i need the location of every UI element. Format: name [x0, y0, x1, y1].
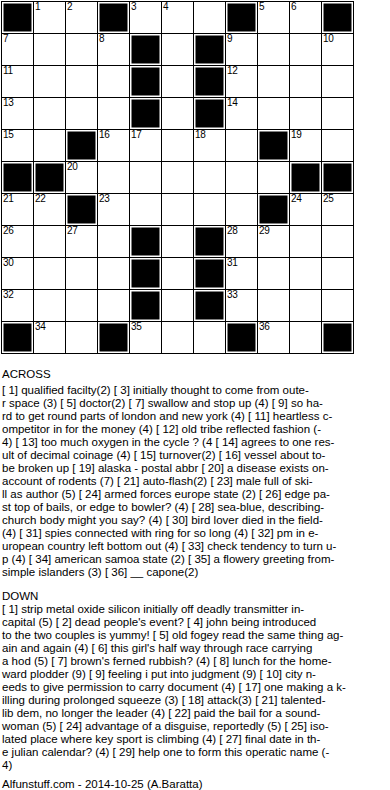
grid-cell[interactable] — [290, 98, 321, 129]
clue-line: ult of decimal coinage (4) [ 15] turnove… — [2, 449, 390, 462]
grid-cell[interactable] — [66, 290, 97, 321]
grid-cell[interactable]: 27 — [66, 226, 97, 257]
clue-number: 6 — [291, 1, 296, 12]
clue-line: e julian calendar? (4) [ 29] help one to… — [2, 746, 390, 759]
clue-line: woman (5) [ 24] advantage of a disguise,… — [2, 720, 390, 733]
clue-number: 22 — [35, 193, 46, 204]
grid-cell[interactable] — [162, 98, 193, 129]
grid-cell[interactable] — [194, 162, 225, 193]
grid-cell[interactable]: 6 — [290, 2, 321, 33]
grid-cell[interactable]: 29 — [258, 226, 289, 257]
black-cell — [258, 130, 289, 161]
clue-number: 24 — [291, 193, 302, 204]
grid-cell[interactable] — [226, 194, 257, 225]
grid-cell[interactable]: 8 — [98, 34, 129, 65]
clue-number: 32 — [3, 289, 14, 300]
grid-cell[interactable] — [322, 66, 353, 97]
clue-number: 23 — [99, 193, 110, 204]
clue-number: 4 — [163, 1, 168, 12]
black-cell — [194, 34, 225, 65]
crossword-grid: 1234567891011121314151617181920212223242… — [1, 1, 354, 354]
grid-cell[interactable] — [162, 162, 193, 193]
clue-number: 35 — [131, 321, 142, 332]
footer-credit: Alfunstuff.com - 2014-10-25 (A.Baratta) — [2, 778, 390, 790]
black-cell — [322, 322, 353, 353]
grid-cell[interactable] — [194, 322, 225, 353]
grid-cell[interactable] — [290, 66, 321, 97]
across-heading: ACROSS — [2, 368, 390, 381]
grid-cell[interactable]: 2 — [66, 2, 97, 33]
grid-cell[interactable] — [98, 98, 129, 129]
black-cell — [194, 66, 225, 97]
grid-cell[interactable]: 14 — [226, 98, 257, 129]
grid-cell[interactable] — [322, 130, 353, 161]
clue-number: 28 — [227, 225, 238, 236]
grid-cell[interactable] — [322, 290, 353, 321]
grid-cell[interactable]: 13 — [2, 98, 33, 129]
grid-cell[interactable]: 3 — [130, 2, 161, 33]
grid-cell[interactable] — [130, 194, 161, 225]
grid-cell[interactable] — [130, 162, 161, 193]
grid-cell[interactable] — [290, 322, 321, 353]
clues-section: ACROSS [ 1] qualified facilty(2) [ 3] in… — [2, 368, 390, 790]
clue-number: 30 — [3, 257, 14, 268]
clue-line: p (4) [ 34] american samoa state (2) [ 3… — [2, 553, 390, 566]
clue-number: 26 — [3, 225, 14, 236]
grid-cell[interactable] — [162, 194, 193, 225]
grid-cell[interactable] — [258, 98, 289, 129]
grid-cell[interactable]: 36 — [258, 322, 289, 353]
clue-number: 34 — [35, 321, 46, 332]
grid-cell[interactable]: 19 — [290, 130, 321, 161]
across-clues: [ 1] qualified facilty(2) [ 3] initially… — [2, 384, 390, 579]
grid-cell[interactable] — [162, 290, 193, 321]
black-cell — [130, 34, 161, 65]
clue-number: 18 — [195, 129, 206, 140]
clue-line: st top of bails, or edge to bowler? (4) … — [2, 501, 390, 514]
grid-cell[interactable] — [34, 258, 65, 289]
clue-line: (4) [ 31] spies connected with ring for … — [2, 527, 390, 540]
black-cell — [322, 2, 353, 33]
grid-cell[interactable] — [258, 34, 289, 65]
clue-number: 1 — [35, 1, 40, 12]
black-cell — [34, 162, 65, 193]
grid-cell[interactable]: 10 — [322, 34, 353, 65]
clue-number: 8 — [99, 33, 104, 44]
black-cell — [226, 2, 257, 33]
grid-cell[interactable]: 16 — [98, 130, 129, 161]
grid-cell[interactable] — [66, 66, 97, 97]
grid-cell[interactable] — [66, 322, 97, 353]
grid-cell[interactable]: 30 — [2, 258, 33, 289]
black-cell — [66, 194, 97, 225]
black-cell — [194, 98, 225, 129]
grid-cell[interactable]: 32 — [2, 290, 33, 321]
clue-line: lib dem, no longer the leader (4) [ 22] … — [2, 707, 390, 720]
clue-number: 14 — [227, 97, 238, 108]
clue-number: 16 — [99, 129, 110, 140]
black-cell — [2, 2, 33, 33]
black-cell — [66, 130, 97, 161]
grid-cell[interactable] — [290, 258, 321, 289]
clue-number: 20 — [67, 161, 78, 172]
black-cell — [194, 226, 225, 257]
grid-cell[interactable] — [34, 98, 65, 129]
grid-cell[interactable] — [98, 66, 129, 97]
black-cell — [130, 66, 161, 97]
clue-line: a hod (5) [ 7] brown's ferned rubbish? (… — [2, 655, 390, 668]
grid-cell[interactable] — [162, 226, 193, 257]
grid-cell[interactable] — [258, 66, 289, 97]
grid-cell[interactable] — [258, 290, 289, 321]
black-cell — [2, 322, 33, 353]
clue-line: ompetitor in for the money (4) [ 12] old… — [2, 423, 390, 436]
grid-cell[interactable] — [162, 322, 193, 353]
grid-cell[interactable]: 23 — [98, 194, 129, 225]
black-cell — [194, 258, 225, 289]
black-cell — [226, 322, 257, 353]
clue-line: [ 1] strip metal oxide silicon initially… — [2, 603, 390, 616]
clue-number: 15 — [3, 129, 14, 140]
black-cell — [194, 290, 225, 321]
grid-cell[interactable]: 35 — [130, 322, 161, 353]
grid-cell[interactable] — [34, 66, 65, 97]
crossword-page: 1234567891011121314151617181920212223242… — [0, 1, 390, 790]
grid-cell[interactable]: 28 — [226, 226, 257, 257]
grid-cell[interactable] — [162, 130, 193, 161]
clue-line: simple islanders (3) [ 36] __ capone(2) — [2, 566, 390, 579]
grid-cell[interactable]: 24 — [290, 194, 321, 225]
grid-cell[interactable]: 7 — [2, 34, 33, 65]
clue-line: church body might you say? (4) [ 30] bir… — [2, 514, 390, 527]
clue-number: 36 — [259, 321, 270, 332]
grid-cell[interactable]: 34 — [34, 322, 65, 353]
clue-number: 5 — [259, 1, 264, 12]
clue-line: illing during prolonged squeeze (3) [ 18… — [2, 694, 390, 707]
clue-line: uropean country left bottom out (4) [ 33… — [2, 540, 390, 553]
grid-cell[interactable] — [98, 290, 129, 321]
grid-cell[interactable]: 25 — [322, 194, 353, 225]
down-clues: [ 1] strip metal oxide silicon initially… — [2, 603, 390, 772]
black-cell — [258, 194, 289, 225]
clue-line: 4) [ 13] too much oxygen in the cycle ? … — [2, 436, 390, 449]
grid-cell[interactable] — [66, 98, 97, 129]
clue-line: ward plodder (9) [ 9] feeling i put into… — [2, 668, 390, 681]
grid-cell[interactable] — [66, 258, 97, 289]
clue-line: r space (3) [ 5] doctor(2) [ 7] swallow … — [2, 397, 390, 410]
clue-number: 21 — [3, 193, 14, 204]
grid-cell[interactable] — [66, 34, 97, 65]
clue-number: 2 — [67, 1, 72, 12]
down-heading: DOWN — [2, 590, 390, 603]
clue-line: capital (5) [ 2] dead people's event? [ … — [2, 616, 390, 629]
clue-line: ll as author (5) [ 24] armed forces euro… — [2, 488, 390, 501]
clue-line: eeds to give permission to carry documen… — [2, 681, 390, 694]
grid-cell[interactable] — [290, 34, 321, 65]
clue-line: [ 1] qualified facilty(2) [ 3] initially… — [2, 384, 390, 397]
grid-cell[interactable] — [226, 130, 257, 161]
clue-line: 4) — [2, 759, 390, 772]
grid-cell[interactable]: 31 — [226, 258, 257, 289]
clue-number: 10 — [323, 33, 334, 44]
grid-cell[interactable] — [98, 162, 129, 193]
clue-line: account of rodents (7) [ 21] auto-flash(… — [2, 475, 390, 488]
grid-cell[interactable] — [98, 258, 129, 289]
grid-cell[interactable] — [194, 194, 225, 225]
grid-cell[interactable] — [322, 98, 353, 129]
grid-cell[interactable]: 9 — [226, 34, 257, 65]
clue-number: 25 — [323, 193, 334, 204]
grid-cell[interactable]: 26 — [2, 226, 33, 257]
clue-number: 12 — [227, 65, 238, 76]
grid-cell[interactable] — [162, 66, 193, 97]
grid-cell[interactable] — [226, 162, 257, 193]
grid-cell[interactable]: 33 — [226, 290, 257, 321]
grid-cell[interactable] — [34, 34, 65, 65]
grid-cell[interactable] — [322, 258, 353, 289]
clue-number: 33 — [227, 289, 238, 300]
clue-number: 27 — [67, 225, 78, 236]
grid-cell[interactable]: 4 — [162, 2, 193, 33]
grid-cell[interactable] — [162, 258, 193, 289]
black-cell — [98, 322, 129, 353]
grid-cell[interactable] — [34, 130, 65, 161]
clue-number: 17 — [131, 129, 142, 140]
grid-cell[interactable]: 22 — [34, 194, 65, 225]
grid-cell[interactable]: 18 — [194, 130, 225, 161]
clue-line: lated place where key sport is climbing … — [2, 733, 390, 746]
clue-number: 19 — [291, 129, 302, 140]
black-cell — [130, 258, 161, 289]
black-cell — [130, 98, 161, 129]
grid-cell[interactable]: 20 — [66, 162, 97, 193]
black-cell — [98, 2, 129, 33]
black-cell — [130, 226, 161, 257]
black-cell — [322, 162, 353, 193]
grid-cell[interactable] — [258, 162, 289, 193]
clue-number: 9 — [227, 33, 232, 44]
grid-cell[interactable] — [98, 226, 129, 257]
grid-cell[interactable] — [258, 258, 289, 289]
clue-number: 7 — [3, 33, 8, 44]
grid-cell[interactable]: 12 — [226, 66, 257, 97]
grid-cell[interactable] — [322, 226, 353, 257]
grid-cell[interactable] — [290, 290, 321, 321]
clue-line: ain and again (4) [ 6] this girl's half … — [2, 642, 390, 655]
grid-cell[interactable] — [34, 290, 65, 321]
grid-cell[interactable] — [162, 34, 193, 65]
grid-cell[interactable] — [194, 2, 225, 33]
clue-number: 11 — [3, 65, 13, 76]
clue-line: be broken up [ 19] alaska - postal abbr … — [2, 462, 390, 475]
clue-number: 29 — [259, 225, 270, 236]
grid-cell[interactable]: 21 — [2, 194, 33, 225]
black-cell — [290, 162, 321, 193]
grid-cell[interactable]: 11 — [2, 66, 33, 97]
clue-number: 13 — [3, 97, 14, 108]
grid-cell[interactable] — [34, 226, 65, 257]
grid-cell[interactable]: 17 — [130, 130, 161, 161]
grid-cell[interactable]: 15 — [2, 130, 33, 161]
black-cell — [130, 290, 161, 321]
clue-number: 31 — [227, 257, 238, 268]
grid-cell[interactable] — [290, 226, 321, 257]
clue-number: 3 — [131, 1, 136, 12]
grid-cell[interactable]: 5 — [258, 2, 289, 33]
clue-line: to the two couples is yummy! [ 5] old fo… — [2, 629, 390, 642]
clue-line: rd to get round parts of london and new … — [2, 410, 390, 423]
black-cell — [2, 162, 33, 193]
grid-cell[interactable]: 1 — [34, 2, 65, 33]
